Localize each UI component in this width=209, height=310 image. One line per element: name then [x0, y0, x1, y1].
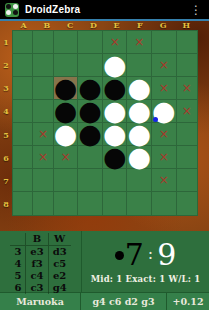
cell-c6[interactable]: × [54, 146, 79, 169]
droidzebra-app: DroidZebra ⋮ ABCDEFGH 12345678 ××●×●●●●×… [0, 0, 209, 310]
cell-b1[interactable] [33, 31, 53, 54]
cell-a8[interactable] [13, 192, 33, 215]
evaluation-score: +0.12 [166, 293, 209, 310]
cell-c8[interactable] [54, 192, 79, 215]
cell-g4[interactable]: ● [152, 100, 177, 123]
cell-c1[interactable] [54, 31, 79, 54]
column-labels: ABCDEFGH [12, 21, 198, 30]
cell-e6[interactable]: ● [103, 146, 128, 169]
cell-d6[interactable] [78, 146, 103, 169]
cell-g6[interactable]: × [152, 146, 177, 169]
legal-move-marker: × [61, 151, 71, 163]
cell-b2[interactable] [33, 54, 53, 77]
cell-b5[interactable]: × [33, 123, 53, 146]
legal-move-marker: × [182, 105, 192, 117]
black-disc-count: 7 [125, 240, 144, 270]
black-to-move-indicator [115, 251, 124, 260]
engine-depth-status: Mid: 1 Exact: 1 W/L: 1 [91, 274, 201, 284]
row-label-3: 3 [0, 77, 12, 100]
app-icon [5, 3, 19, 17]
cell-b7[interactable] [33, 169, 53, 192]
legal-move-marker: × [159, 82, 169, 94]
cell-f6[interactable]: ● [127, 146, 152, 169]
white-move: e2 [48, 270, 70, 282]
cell-c7[interactable] [54, 169, 79, 192]
cell-e8[interactable] [103, 192, 128, 215]
cell-f7[interactable] [127, 169, 152, 192]
cell-d1[interactable] [78, 31, 103, 54]
row-labels: 12345678 [0, 30, 12, 216]
cell-a7[interactable] [13, 169, 33, 192]
cell-b8[interactable] [33, 192, 53, 215]
cell-b3[interactable] [33, 77, 53, 100]
cell-g1[interactable] [152, 31, 177, 54]
cell-d8[interactable] [78, 192, 103, 215]
cell-g8[interactable] [152, 192, 177, 215]
black-disc: ● [78, 123, 102, 144]
row-label-5: 5 [0, 123, 12, 146]
othello-board: ××●×●●●●××●●●●●××●●●●×××●●×× [12, 30, 198, 216]
white-move: d3 [48, 246, 70, 259]
cell-a4[interactable] [13, 100, 33, 123]
cell-b6[interactable]: × [33, 146, 53, 169]
black-move: c4 [26, 270, 48, 282]
cell-h5[interactable] [177, 123, 197, 146]
move-row-5: 5c4e2 [10, 270, 70, 282]
white-move: c5 [48, 258, 70, 270]
column-label-h: H [175, 21, 198, 30]
legal-move-marker: × [159, 128, 169, 140]
cell-e7[interactable] [103, 169, 128, 192]
move-number: 5 [10, 270, 25, 282]
move-header-num [10, 233, 25, 246]
white-disc-count: 9 [157, 240, 176, 270]
cell-g5[interactable]: × [152, 123, 177, 146]
move-list-header: BW [10, 233, 70, 246]
app-icon-black-disc [13, 10, 18, 15]
column-label-f: F [128, 21, 151, 30]
score-line: 7 : 9 [115, 240, 177, 270]
cell-a2[interactable] [13, 54, 33, 77]
column-label-b: B [35, 21, 58, 30]
title-bar: DroidZebra ⋮ [0, 0, 209, 21]
cell-h1[interactable] [177, 31, 197, 54]
move-list-pane: BW3e3d34f3c55c4e26c3g4 [0, 231, 82, 292]
legal-move-marker: × [159, 151, 169, 163]
move-list-table: BW3e3d34f3c55c4e26c3g4 [10, 233, 70, 294]
legal-move-marker: × [38, 128, 48, 140]
move-number: 4 [10, 258, 25, 270]
row-label-7: 7 [0, 170, 12, 193]
column-label-e: E [105, 21, 128, 30]
cell-g2[interactable]: × [152, 54, 177, 77]
column-label-c: C [59, 21, 82, 30]
app-title: DroidZebra [25, 4, 80, 15]
cell-a1[interactable] [13, 31, 33, 54]
score-separator: : [148, 244, 153, 263]
row-label-6: 6 [0, 146, 12, 169]
app-icon-black-disc [6, 4, 11, 9]
legal-move-marker: × [159, 174, 169, 186]
cell-d5[interactable]: ● [78, 123, 103, 146]
cell-h2[interactable] [177, 54, 197, 77]
cell-h8[interactable] [177, 192, 197, 215]
board-frame: ABCDEFGH 12345678 ××●×●●●●××●●●●●××●●●●×… [0, 21, 209, 231]
white-disc: ● [127, 146, 151, 167]
legal-move-marker: × [38, 151, 48, 163]
move-row-4: 4f3c5 [10, 258, 70, 270]
cell-h6[interactable] [177, 146, 197, 169]
cell-g7[interactable]: × [152, 169, 177, 192]
overflow-menu-icon[interactable]: ⋮ [188, 4, 204, 16]
last-move-dot [153, 117, 158, 122]
row-label-2: 2 [0, 53, 12, 76]
move-header-W: W [48, 233, 70, 246]
opening-name: Maruoka [0, 293, 80, 310]
move-number: 3 [10, 246, 25, 259]
cell-a3[interactable] [13, 77, 33, 100]
cell-a6[interactable] [13, 146, 33, 169]
legal-move-marker: × [134, 36, 144, 48]
cell-a5[interactable] [13, 123, 33, 146]
cell-h7[interactable] [177, 169, 197, 192]
cell-d7[interactable] [78, 169, 103, 192]
info-panel: BW3e3d34f3c55c4e26c3g4 7 : 9 Mid: 1 Exac… [0, 231, 209, 292]
principal-variation: g4 c6 d2 g3 [80, 293, 166, 310]
cell-h4[interactable]: × [177, 100, 197, 123]
cell-f1[interactable]: × [127, 31, 152, 54]
app-icon-white-disc [6, 10, 11, 15]
row-label-8: 8 [0, 193, 12, 216]
cell-c5[interactable]: ● [54, 123, 79, 146]
white-disc: ● [54, 123, 78, 144]
row-label-4: 4 [0, 100, 12, 123]
black-move: f3 [26, 258, 48, 270]
legal-move-marker: × [110, 36, 120, 48]
score-pane: 7 : 9 Mid: 1 Exact: 1 W/L: 1 [82, 231, 209, 292]
status-bar: Maruoka g4 c6 d2 g3 +0.12 [0, 292, 209, 310]
row-label-1: 1 [0, 30, 12, 53]
black-disc: ● [103, 146, 127, 167]
black-move: e3 [26, 246, 48, 259]
move-header-B: B [26, 233, 48, 246]
app-icon-white-disc [13, 4, 18, 9]
cell-h3[interactable]: × [177, 77, 197, 100]
cell-b4[interactable] [33, 100, 53, 123]
column-label-a: A [12, 21, 35, 30]
column-label-d: D [82, 21, 105, 30]
legal-move-marker: × [159, 59, 169, 71]
cell-f8[interactable] [127, 192, 152, 215]
legal-move-marker: × [182, 82, 192, 94]
move-row-3: 3e3d3 [10, 246, 70, 259]
column-label-g: G [152, 21, 175, 30]
